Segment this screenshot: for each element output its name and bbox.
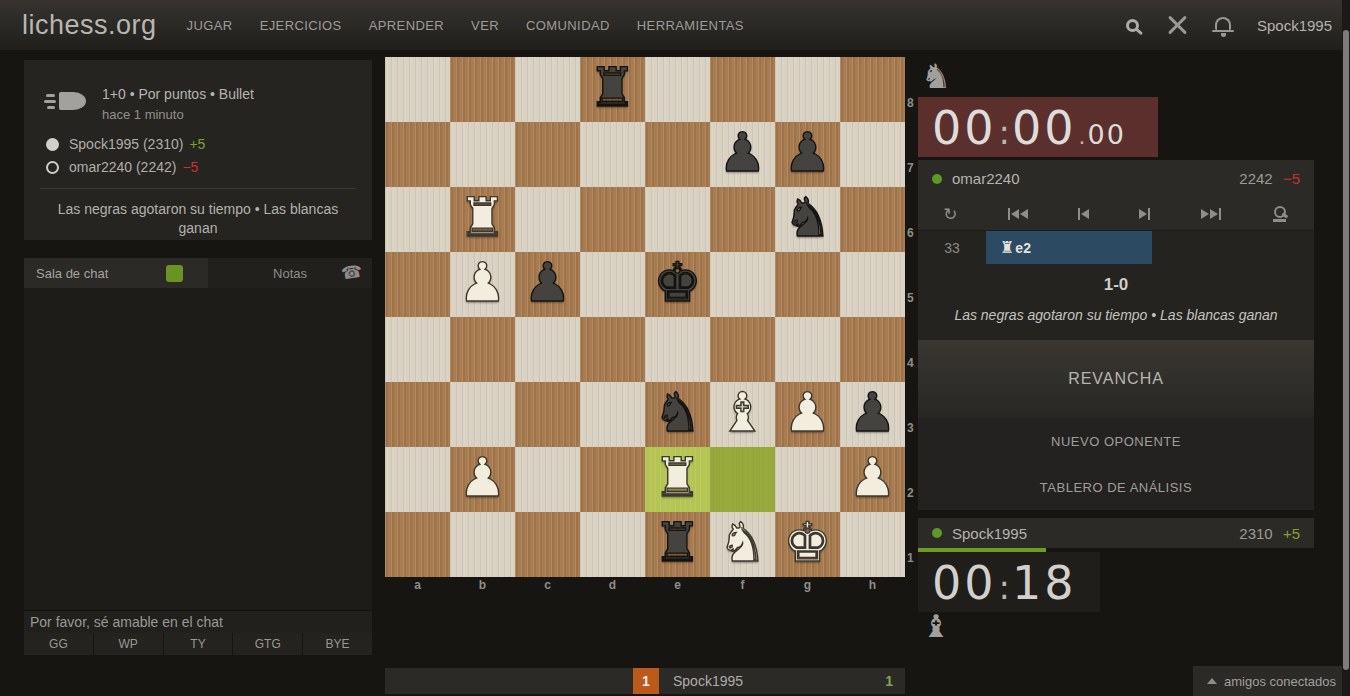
bell-icon[interactable]	[1215, 17, 1231, 30]
square-h7[interactable]	[840, 122, 905, 187]
chat-box: Sala de chat Notas ☎ GGWPTYGTGBYE	[24, 258, 372, 655]
piece-black-rook[interactable]: ♜	[580, 57, 645, 122]
first-move-button[interactable]	[1008, 204, 1028, 224]
square-a3[interactable]	[385, 382, 450, 447]
square-d8[interactable]: ♜	[580, 57, 645, 122]
result-description: Las negras agotaron su tiempo • Las blan…	[24, 200, 372, 238]
square-c5[interactable]: ♟	[515, 252, 580, 317]
white-rating: 2310	[1239, 525, 1272, 542]
rematch-button[interactable]: REVANCHA	[918, 340, 1314, 418]
previous-move-button[interactable]	[1078, 204, 1089, 224]
player-black-row: omar2240 (2242) −5	[46, 159, 372, 175]
online-dot	[932, 528, 942, 538]
game-info-box: 1+0 • Por puntos • Bullet hace 1 minuto …	[24, 60, 372, 240]
crossed-swords-icon[interactable]	[1165, 13, 1189, 37]
nav-links: JUGAREJERCICIOSAPRENDERVERCOMUNIDADHERRA…	[187, 18, 744, 33]
square-e5[interactable]: ♚	[645, 252, 710, 317]
chat-preset-wp[interactable]: WP	[93, 633, 163, 655]
chat-presets: GGWPTYGTGBYE	[24, 633, 372, 655]
white-rating-diff: +5	[189, 136, 205, 152]
last-move-button[interactable]	[1201, 204, 1221, 224]
games-count-badge: 1	[633, 668, 659, 694]
square-e3[interactable]: ♞	[645, 382, 710, 447]
square-e8[interactable]	[645, 57, 710, 122]
square-b5[interactable]: ♟	[450, 252, 515, 317]
square-f8[interactable]	[710, 57, 775, 122]
time-control: 1+0 • Por puntos • Bullet	[102, 86, 254, 102]
player-black-link[interactable]: omar2240 (2242)	[69, 159, 176, 175]
square-g2[interactable]	[775, 447, 840, 512]
piece-white-pawn[interactable]: ♟	[450, 447, 515, 512]
square-d2[interactable]	[580, 447, 645, 512]
file-label-d: d	[580, 578, 645, 596]
square-h6[interactable]	[840, 187, 905, 252]
piece-white-pawn[interactable]: ♟	[450, 252, 515, 317]
chat-preset-gtg[interactable]: GTG	[232, 633, 302, 655]
divider	[40, 188, 356, 189]
next-move-button[interactable]	[1139, 204, 1150, 224]
square-a4[interactable]	[385, 317, 450, 382]
square-f3[interactable]: ♝	[710, 382, 775, 447]
square-f6[interactable]	[710, 187, 775, 252]
square-g1[interactable]: ♚	[775, 512, 840, 577]
square-h2[interactable]: ♟	[840, 447, 905, 512]
nav-link-jugar[interactable]: JUGAR	[187, 18, 233, 33]
piece-black-king[interactable]: ♚	[645, 252, 710, 317]
white-rating-diff-panel: +5	[1283, 525, 1300, 542]
square-a8[interactable]	[385, 57, 450, 122]
square-a5[interactable]	[385, 252, 450, 317]
square-e7[interactable]	[645, 122, 710, 187]
black-clock: 00:00.00	[918, 97, 1158, 157]
piece-white-rook[interactable]: ♜	[450, 187, 515, 252]
piece-black-knight[interactable]: ♞	[775, 187, 840, 252]
tab-notes[interactable]: Notas ☎	[208, 258, 372, 288]
nav-link-ejercicios[interactable]: EJERCICIOS	[260, 18, 342, 33]
analysis-board-button[interactable]: TABLERO DE ANÁLISIS	[918, 464, 1314, 510]
nav-right: Spock1995	[1126, 0, 1332, 50]
move-figurine: ♜	[1000, 238, 1014, 257]
square-f5[interactable]	[710, 252, 775, 317]
square-a6[interactable]	[385, 187, 450, 252]
file-label-c: c	[515, 578, 580, 596]
square-e2[interactable]: ♜	[645, 447, 710, 512]
square-f4[interactable]	[710, 317, 775, 382]
square-a1[interactable]	[385, 512, 450, 577]
tab-notes-label: Notas	[273, 266, 307, 281]
square-c4[interactable]	[515, 317, 580, 382]
square-g3[interactable]: ♟	[775, 382, 840, 447]
chevron-up-icon	[1207, 678, 1217, 684]
square-f2[interactable]	[710, 447, 775, 512]
square-e4[interactable]	[645, 317, 710, 382]
lichess-logo[interactable]: lichess.org	[22, 10, 157, 41]
captured-knight-icon: ♞	[921, 56, 951, 96]
square-c7[interactable]	[515, 122, 580, 187]
file-label-a: a	[385, 578, 450, 596]
selected-move[interactable]: ♜ e2	[986, 231, 1152, 264]
square-f7[interactable]: ♟	[710, 122, 775, 187]
player-white-link[interactable]: Spock1995 (2310)	[69, 136, 183, 152]
piece-white-rook[interactable]: ♜	[645, 447, 710, 512]
chat-toggle[interactable]	[166, 265, 183, 282]
square-d6[interactable]	[580, 187, 645, 252]
top-nav: lichess.org JUGAREJERCICIOSAPRENDERVERCO…	[0, 0, 1350, 50]
player-white-row: Spock1995 (2310) +5	[46, 136, 372, 152]
black-color-icon	[46, 161, 59, 174]
games-bottom-bar[interactable]: 1 Spock1995 1	[385, 668, 905, 694]
square-e1[interactable]: ♜	[645, 512, 710, 577]
file-label-h: h	[840, 578, 905, 596]
square-h3[interactable]: ♟	[840, 382, 905, 447]
square-c3[interactable]	[515, 382, 580, 447]
piece-black-pawn[interactable]: ♟	[775, 122, 840, 187]
black-clock-min: 00	[932, 101, 997, 155]
bottom-bar-score: 1	[885, 668, 893, 694]
friends-label: amigos conectados	[1224, 674, 1336, 689]
move-number: 33	[918, 231, 986, 264]
square-h4[interactable]	[840, 317, 905, 382]
white-clock: 00:18	[918, 552, 1100, 612]
square-d7[interactable]	[580, 122, 645, 187]
bullet-icon	[46, 88, 88, 114]
black-player-row: omar2240 2242 −5	[918, 160, 1314, 197]
square-f1[interactable]: ♞	[710, 512, 775, 577]
post-game-buttons: NUEVO OPONENTE TABLERO DE ANÁLISIS	[918, 418, 1314, 510]
chess-board: ♜♟♟♜♞♟♟♚♞♝♟♟♟♜♟♜♞♚	[385, 57, 905, 577]
square-d5[interactable]	[580, 252, 645, 317]
chat-preset-ty[interactable]: TY	[163, 633, 233, 655]
square-g4[interactable]	[775, 317, 840, 382]
black-clock-hundredths: 00	[1088, 119, 1126, 150]
piece-black-pawn[interactable]: ♟	[710, 122, 775, 187]
square-b6[interactable]: ♜	[450, 187, 515, 252]
analysis-icon[interactable]	[1271, 204, 1289, 224]
square-h1[interactable]	[840, 512, 905, 577]
username[interactable]: Spock1995	[1257, 17, 1332, 34]
file-label-b: b	[450, 578, 515, 596]
black-rating-diff: −5	[182, 159, 198, 175]
move-list: 33 ♜ e2	[918, 231, 1314, 264]
chat-preset-bye[interactable]: BYE	[302, 633, 372, 655]
white-clock-sec: 18	[1012, 556, 1077, 610]
square-c1[interactable]	[515, 512, 580, 577]
file-label-f: f	[710, 578, 775, 596]
black-rating: 2242	[1239, 170, 1272, 187]
nav-link-comunidad[interactable]: COMUNIDAD	[526, 18, 610, 33]
black-clock-colon: :	[997, 112, 1012, 152]
square-b7[interactable]	[450, 122, 515, 187]
piece-white-king[interactable]: ♚	[775, 512, 840, 577]
square-a7[interactable]	[385, 122, 450, 187]
square-b1[interactable]	[450, 512, 515, 577]
scrollbar-thumb[interactable]	[1343, 30, 1349, 670]
nav-link-herramientas[interactable]: HERRAMIENTAS	[637, 18, 744, 33]
nav-link-ver[interactable]: VER	[471, 18, 499, 33]
square-b2[interactable]: ♟	[450, 447, 515, 512]
online-dot	[932, 174, 942, 184]
nav-link-aprender[interactable]: APRENDER	[369, 18, 444, 33]
chat-tabs: Sala de chat Notas ☎	[24, 258, 372, 288]
square-g8[interactable]	[775, 57, 840, 122]
white-clock-colon: :	[997, 567, 1012, 607]
result-block: 1-0 Las negras agotaron su tiempo • Las …	[918, 264, 1314, 340]
piece-black-pawn[interactable]: ♟	[840, 382, 905, 447]
square-d4[interactable]	[580, 317, 645, 382]
black-clock-dot: .	[1077, 124, 1088, 149]
chat-input-row	[24, 610, 372, 633]
piece-black-rook[interactable]: ♜	[645, 512, 710, 577]
move-destination: e2	[1015, 240, 1031, 256]
tab-chat-room[interactable]: Sala de chat	[24, 258, 208, 288]
white-player-row: Spock1995 2310 +5	[918, 518, 1314, 548]
friends-box[interactable]: amigos conectados	[1193, 666, 1350, 696]
move-controls: ↻	[918, 197, 1314, 231]
black-rating-diff-panel: −5	[1283, 170, 1300, 187]
square-c2[interactable]	[515, 447, 580, 512]
captured-bishop-icon: ♝	[922, 608, 950, 644]
lichess-game-page: lichess.org JUGAREJERCICIOSAPRENDERVERCO…	[0, 0, 1350, 696]
square-g6[interactable]: ♞	[775, 187, 840, 252]
black-clock-sec: 00	[1012, 101, 1077, 155]
square-a2[interactable]	[385, 447, 450, 512]
chat-log	[24, 288, 372, 610]
square-h5[interactable]	[840, 252, 905, 317]
search-icon[interactable]	[1126, 19, 1139, 32]
game-score: 1-0	[918, 275, 1314, 295]
file-label-g: g	[775, 578, 840, 596]
bottom-bar-player-name: Spock1995	[673, 668, 743, 694]
piece-white-knight[interactable]: ♞	[710, 512, 775, 577]
file-labels: abcdefgh	[385, 578, 905, 596]
piece-white-pawn[interactable]: ♟	[775, 382, 840, 447]
phone-icon[interactable]: ☎	[340, 261, 364, 284]
square-c6[interactable]	[515, 187, 580, 252]
piece-white-bishop[interactable]: ♝	[710, 382, 775, 447]
piece-black-pawn[interactable]: ♟	[515, 252, 580, 317]
chat-preset-gg[interactable]: GG	[24, 633, 93, 655]
white-color-icon	[46, 138, 59, 151]
black-player-name[interactable]: omar2240	[952, 170, 1020, 187]
result-description-panel: Las negras agotaron su tiempo • Las blan…	[918, 307, 1314, 323]
white-player-name[interactable]: Spock1995	[952, 525, 1027, 542]
flip-board-button[interactable]: ↻	[943, 204, 957, 224]
game-played-ago: hace 1 minuto	[102, 107, 254, 122]
player-list: Spock1995 (2310) +5 omar2240 (2242) −5	[46, 136, 372, 175]
scrollbar-track	[1342, 0, 1350, 696]
square-g5[interactable]	[775, 252, 840, 317]
chat-input[interactable]	[24, 614, 372, 630]
square-d1[interactable]	[580, 512, 645, 577]
new-opponent-button[interactable]: NUEVO OPONENTE	[918, 418, 1314, 464]
square-g7[interactable]: ♟	[775, 122, 840, 187]
white-clock-min: 00	[932, 556, 997, 610]
tab-chat-label: Sala de chat	[36, 266, 108, 281]
square-c8[interactable]	[515, 57, 580, 122]
piece-white-pawn[interactable]: ♟	[840, 447, 905, 512]
square-d3[interactable]	[580, 382, 645, 447]
square-b3[interactable]	[450, 382, 515, 447]
square-e6[interactable]	[645, 187, 710, 252]
square-h8[interactable]	[840, 57, 905, 122]
square-b4[interactable]	[450, 317, 515, 382]
square-b8[interactable]	[450, 57, 515, 122]
piece-black-knight[interactable]: ♞	[645, 382, 710, 447]
file-label-e: e	[645, 578, 710, 596]
